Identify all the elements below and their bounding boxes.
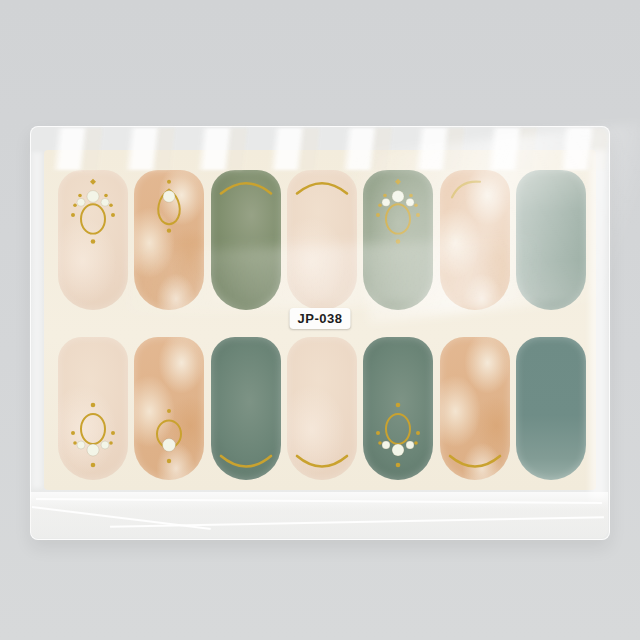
crown-top-gold-ornament [363, 170, 433, 310]
nail-sticker-r2c1 [58, 337, 128, 480]
crown-top-gold-ornament [58, 170, 128, 310]
nail-sticker-r1c2 [134, 170, 204, 310]
nail-row-top [58, 170, 586, 310]
crimp-seal [30, 128, 608, 170]
arc-bottom-gold-ornament [287, 337, 357, 480]
crown-bottom-gold-ornament [58, 337, 128, 480]
arc-top-left-gold-ornament [440, 170, 510, 310]
nail-sticker-r1c4 [287, 170, 357, 310]
nail-sticker-r1c1 [58, 170, 128, 310]
backing-card: JP-038 [44, 150, 596, 490]
nail-sticker-r1c6 [440, 170, 510, 310]
teardrop-top-gold-ornament [134, 170, 204, 310]
crown-bottom-gold-ornament [363, 337, 433, 480]
nail-sticker-r2c3 [211, 337, 281, 480]
product-code-label: JP-038 [290, 308, 351, 329]
arc-bottom-gold-ornament [440, 337, 510, 480]
nail-sticker-r2c4 [287, 337, 357, 480]
arc-bottom-gold-ornament [211, 337, 281, 480]
nail-sticker-r2c6 [440, 337, 510, 480]
ring-pearl-bottom-gold-ornament [134, 337, 204, 480]
nail-sticker-r2c5 [363, 337, 433, 480]
product-photo: JP-038 [0, 0, 640, 640]
nail-sticker-r1c7 [516, 170, 586, 310]
arc-top-gold-ornament [211, 170, 281, 310]
nail-sticker-r1c3 [211, 170, 281, 310]
nail-row-bottom [58, 337, 586, 480]
nail-sticker-r1c5 [363, 170, 433, 310]
nail-sticker-r2c7 [516, 337, 586, 480]
nail-sticker-r2c2 [134, 337, 204, 480]
arc-top-gold-ornament [287, 170, 357, 310]
